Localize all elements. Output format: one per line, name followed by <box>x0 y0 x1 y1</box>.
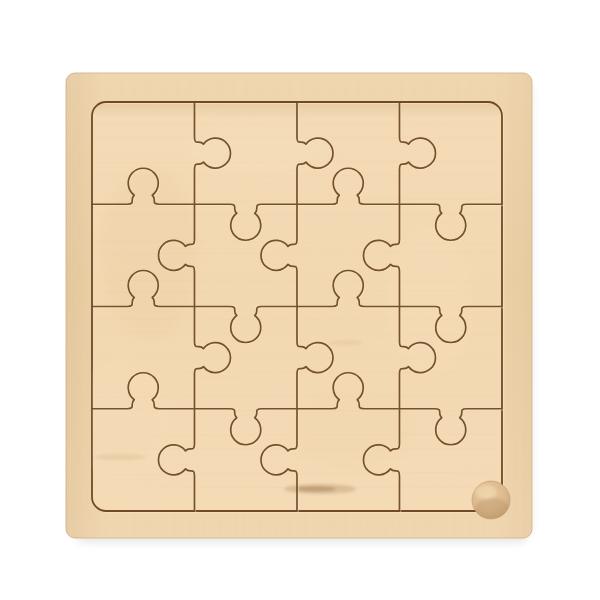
finger-notch <box>472 481 510 520</box>
wooden-jigsaw-puzzle <box>0 0 600 600</box>
product-photo <box>0 0 600 600</box>
